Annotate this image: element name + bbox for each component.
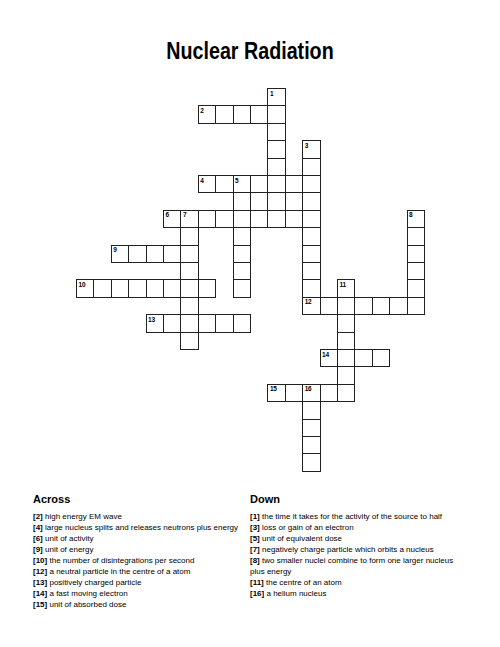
grid-cell[interactable]: [285, 175, 303, 193]
grid-cell[interactable]: [302, 175, 320, 193]
grid-cell[interactable]: 15: [267, 384, 285, 402]
grid-cell[interactable]: [337, 366, 355, 384]
grid-cell[interactable]: [233, 105, 251, 123]
grid-cell[interactable]: [389, 297, 407, 315]
clue-item-text: loss or gain of an electron: [260, 523, 354, 532]
clue-item: [6] unit of activity: [33, 533, 250, 544]
across-clues: Across [2] high energy EM wave[4] large …: [33, 493, 250, 610]
clue-number: 7: [183, 211, 186, 218]
clue-item-number: [11]: [250, 578, 264, 587]
clue-number: 12: [305, 298, 312, 305]
grid-cell[interactable]: [337, 349, 355, 367]
grid-cell[interactable]: [302, 262, 320, 280]
clue-item-number: [1]: [250, 512, 260, 521]
clue-item-number: [16]: [250, 589, 264, 598]
page: Nuclear Radiation 1234567891011121314151…: [0, 0, 500, 647]
grid-cell[interactable]: [267, 140, 285, 158]
grid-cell[interactable]: [128, 245, 146, 263]
clue-item: [15] unit of absorbed dose: [33, 599, 250, 610]
clue-item: [5] unit of equivalent dose: [250, 533, 465, 544]
clue-item-number: [6]: [33, 534, 43, 543]
clue-number: 16: [305, 385, 312, 392]
clue-item-text: two smaller nuclei combine to form one l…: [250, 556, 453, 576]
grid-cell[interactable]: [250, 105, 268, 123]
clue-item-text: positively charged particle: [47, 578, 141, 587]
grid-cell[interactable]: [233, 262, 251, 280]
grid-cell[interactable]: 14: [320, 349, 338, 367]
clue-item-number: [13]: [33, 578, 47, 587]
down-clues: Down [1] the time it takes for the activ…: [250, 493, 465, 599]
clue-item-number: [8]: [250, 556, 260, 565]
clue-item-text: a helium nucleus: [264, 589, 326, 598]
clue-item-text: negatively charge particle which orbits …: [260, 545, 434, 554]
clue-item: [3] loss or gain of an electron: [250, 522, 465, 533]
clue-item-number: [5]: [250, 534, 260, 543]
grid-cell[interactable]: 12: [302, 297, 320, 315]
clue-item: [16] a helium nucleus: [250, 588, 465, 599]
grid-cell[interactable]: [233, 314, 251, 332]
grid-cell[interactable]: [320, 297, 338, 315]
grid-cell[interactable]: [233, 245, 251, 263]
clue-number: 14: [322, 351, 329, 358]
grid-cell[interactable]: [233, 192, 251, 210]
clue-item-number: [15]: [33, 600, 47, 609]
grid-cell[interactable]: [198, 210, 216, 228]
grid-cell[interactable]: [180, 314, 198, 332]
clue-item: [11] the centre of an atom: [250, 577, 465, 588]
grid-cell[interactable]: [215, 105, 233, 123]
grid-cell[interactable]: [180, 279, 198, 297]
grid-cell[interactable]: [250, 175, 268, 193]
grid-cell[interactable]: [128, 279, 146, 297]
grid-cell[interactable]: [180, 332, 198, 350]
clue-item: [9] unit of energy: [33, 544, 250, 555]
clue-item: [8] two smaller nuclei combine to form o…: [250, 555, 465, 577]
clue-item-text: a neutral particle in the centre of a at…: [47, 567, 190, 576]
clue-number: 3: [305, 142, 308, 149]
grid-cell[interactable]: [302, 279, 320, 297]
clue-item-text: the number of disintegrations per second: [47, 556, 194, 565]
across-header: Across: [33, 493, 250, 505]
grid-cell[interactable]: [407, 262, 425, 280]
clue-number: 15: [270, 385, 277, 392]
clue-item-number: [2]: [33, 512, 43, 521]
grid-cell[interactable]: [233, 227, 251, 245]
grid-cell[interactable]: 8: [407, 210, 425, 228]
grid-cell[interactable]: 9: [111, 245, 129, 263]
grid-cell[interactable]: [233, 210, 251, 228]
grid-cell[interactable]: [93, 279, 111, 297]
clue-item-number: [14]: [33, 589, 47, 598]
grid-cell[interactable]: [180, 227, 198, 245]
clue-item-text: large nucleus splits and releases neutro…: [43, 523, 238, 532]
clue-item-text: unit of energy: [43, 545, 94, 554]
clue-number: 11: [340, 281, 346, 288]
grid-cell[interactable]: [180, 262, 198, 280]
grid-cell[interactable]: [407, 297, 425, 315]
grid-cell[interactable]: 7: [180, 210, 198, 228]
grid-cell[interactable]: [302, 401, 320, 419]
down-header: Down: [250, 493, 465, 505]
grid-cell[interactable]: [267, 105, 285, 123]
grid-cell[interactable]: [302, 192, 320, 210]
grid-cell[interactable]: [267, 210, 285, 228]
grid-cell[interactable]: [215, 210, 233, 228]
down-clue-list: [1] the time it takes for the activity o…: [250, 511, 465, 599]
clue-item-number: [7]: [250, 545, 260, 554]
grid-cell[interactable]: [302, 436, 320, 454]
clue-item-number: [3]: [250, 523, 260, 532]
grid-cell[interactable]: [163, 245, 181, 263]
clue-item-text: unit of activity: [43, 534, 94, 543]
grid-cell[interactable]: [337, 314, 355, 332]
clue-item: [10] the number of disintegrations per s…: [33, 555, 250, 566]
grid-cell[interactable]: 4: [198, 175, 216, 193]
grid-cell[interactable]: [267, 175, 285, 193]
grid-cell[interactable]: [267, 192, 285, 210]
clue-item: [4] large nucleus splits and releases ne…: [33, 522, 250, 533]
grid-cell[interactable]: [163, 279, 181, 297]
clue-item-text: a fast moving electron: [47, 589, 127, 598]
grid-cell[interactable]: [407, 245, 425, 263]
grid-cell[interactable]: [163, 314, 181, 332]
grid-cell[interactable]: [302, 210, 320, 228]
grid-cell[interactable]: [267, 123, 285, 141]
puzzle-title: Nuclear Radiation: [45, 37, 455, 65]
clue-number: 1: [270, 90, 273, 97]
grid-cell[interactable]: [285, 384, 303, 402]
clue-number: 4: [200, 177, 203, 184]
grid-cell[interactable]: [302, 419, 320, 437]
grid-cell[interactable]: 1: [267, 88, 285, 106]
grid-cell[interactable]: [180, 245, 198, 263]
grid-cell[interactable]: [354, 349, 372, 367]
clue-number: 6: [166, 211, 169, 218]
clue-item-text: high energy EM wave: [43, 512, 122, 521]
clue-number: 13: [148, 316, 155, 323]
grid-cell[interactable]: [337, 332, 355, 350]
grid-cell[interactable]: [337, 384, 355, 402]
clue-item: [2] high energy EM wave: [33, 511, 250, 522]
clue-item-text: unit of absorbed dose: [47, 600, 126, 609]
grid-cell[interactable]: [302, 453, 320, 471]
clue-item: [12] a neutral particle in the centre of…: [33, 566, 250, 577]
grid-cell[interactable]: 13: [146, 314, 164, 332]
grid-cell[interactable]: [407, 279, 425, 297]
grid-cell[interactable]: [111, 279, 129, 297]
across-clue-list: [2] high energy EM wave[4] large nucleus…: [33, 511, 250, 610]
grid-cell[interactable]: 2: [198, 105, 216, 123]
grid-cell[interactable]: [337, 297, 355, 315]
grid-cell[interactable]: [354, 297, 372, 315]
grid-cell[interactable]: [198, 314, 216, 332]
grid-cell[interactable]: [215, 175, 233, 193]
grid-cell[interactable]: [407, 227, 425, 245]
grid-cell[interactable]: 16: [302, 384, 320, 402]
clue-item-number: [4]: [33, 523, 43, 532]
clue-number: 10: [79, 281, 86, 288]
grid-cell[interactable]: 10: [76, 279, 94, 297]
clue-item-number: [12]: [33, 567, 47, 576]
grid-cell[interactable]: [372, 297, 390, 315]
grid-cell[interactable]: 6: [163, 210, 181, 228]
grid-cell[interactable]: 5: [233, 175, 251, 193]
clue-item: [14] a fast moving electron: [33, 588, 250, 599]
grid-cell[interactable]: [215, 314, 233, 332]
grid-cell[interactable]: [180, 297, 198, 315]
clue-item-text: the centre of an atom: [264, 578, 342, 587]
crossword-grid: 12345678910111213141516: [76, 88, 425, 472]
clue-item-number: [10]: [33, 556, 47, 565]
grid-cell[interactable]: [233, 279, 251, 297]
grid-cell[interactable]: [267, 158, 285, 176]
clue-number: 9: [113, 246, 116, 253]
clue-item: [13] positively charged particle: [33, 577, 250, 588]
clue-item: [7] negatively charge particle which orb…: [250, 544, 465, 555]
clue-item: [1] the time it takes for the activity o…: [250, 511, 465, 522]
clue-item-text: the time it takes for the activity of th…: [260, 512, 442, 521]
grid-cell[interactable]: [250, 210, 268, 228]
grid-cell[interactable]: [198, 279, 216, 297]
grid-cell[interactable]: [146, 279, 164, 297]
grid-cell[interactable]: [372, 349, 390, 367]
grid-cell[interactable]: [302, 245, 320, 263]
grid-cell[interactable]: [320, 384, 338, 402]
grid-cell[interactable]: 3: [302, 140, 320, 158]
grid-cell[interactable]: [285, 210, 303, 228]
clue-item-text: unit of equivalent dose: [260, 534, 342, 543]
grid-cell[interactable]: 11: [337, 279, 355, 297]
clue-number: 5: [235, 177, 238, 184]
grid-cell[interactable]: [302, 158, 320, 176]
clue-number: 8: [409, 211, 412, 218]
clue-item-number: [9]: [33, 545, 43, 554]
grid-cell[interactable]: [302, 227, 320, 245]
grid-cell[interactable]: [146, 245, 164, 263]
clue-number: 2: [200, 107, 203, 114]
